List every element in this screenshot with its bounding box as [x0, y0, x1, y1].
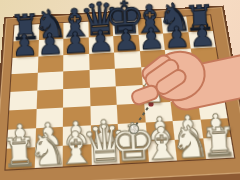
chess-illustration-scene: ♜♞♝♛♚♝♞♜♟♟♟♟♟♟♟♟♟♟♟♟♟♟♟♜♞♝♛♚♝♞♜ ♟ [0, 0, 240, 180]
origin-square-ring [130, 125, 139, 134]
